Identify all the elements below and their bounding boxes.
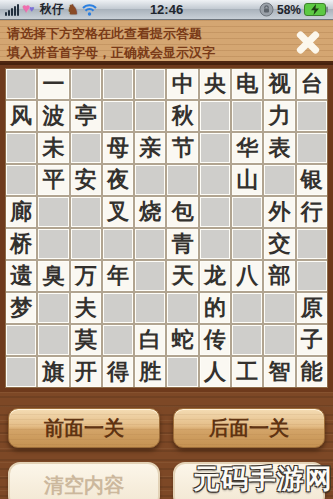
status-left-group: ♥♥ 秋仔 ♞ (5, 0, 97, 19)
cell-r6c8[interactable] (232, 229, 262, 259)
cell-r5c10[interactable]: 行 (297, 197, 327, 227)
cell-r6c5[interactable] (135, 229, 165, 259)
cell-r2c10[interactable] (297, 101, 327, 131)
hint-line-2: 填入拼音首字母，正确就会显示汉字 (7, 43, 293, 62)
cell-r6c1[interactable]: 桥 (6, 229, 36, 259)
cell-r4c1[interactable] (6, 165, 36, 195)
cell-r1c3[interactable] (71, 69, 101, 99)
next-level-button[interactable]: 后面一关 (173, 408, 325, 448)
cell-r10c6[interactable] (167, 357, 197, 387)
cell-r7c3[interactable]: 万 (71, 261, 101, 291)
cell-r8c3[interactable]: 夫 (71, 293, 101, 323)
cell-r6c7[interactable] (200, 229, 230, 259)
cell-r5c7[interactable] (200, 197, 230, 227)
cell-r9c2[interactable] (38, 325, 68, 355)
cell-r10c8[interactable]: 工 (232, 357, 262, 387)
cell-r6c6[interactable]: 青 (167, 229, 197, 259)
cell-r8c7[interactable]: 的 (200, 293, 230, 323)
cell-r4c2[interactable]: 平 (38, 165, 68, 195)
cell-r9c7[interactable]: 传 (200, 325, 230, 355)
cell-r2c1[interactable]: 风 (6, 101, 36, 131)
cell-r4c5[interactable] (135, 165, 165, 195)
cell-r3c10[interactable] (297, 133, 327, 163)
cell-r9c6[interactable]: 蛇 (167, 325, 197, 355)
cell-r1c10[interactable]: 台 (297, 69, 327, 99)
signal-strength-icon (5, 4, 19, 16)
cell-r7c8[interactable]: 八 (232, 261, 262, 291)
cell-r4c9[interactable] (264, 165, 294, 195)
cell-r3c8[interactable]: 华 (232, 133, 262, 163)
cell-r3c4[interactable]: 母 (103, 133, 133, 163)
cell-r1c2[interactable]: 一 (38, 69, 68, 99)
cell-r3c5[interactable]: 亲 (135, 133, 165, 163)
cell-r9c1[interactable] (6, 325, 36, 355)
cell-r2c5[interactable] (135, 101, 165, 131)
cell-r10c5[interactable]: 胜 (135, 357, 165, 387)
cell-r9c5[interactable]: 白 (135, 325, 165, 355)
cell-r5c5[interactable]: 烧 (135, 197, 165, 227)
close-icon[interactable] (293, 27, 323, 57)
cell-r10c7[interactable]: 人 (200, 357, 230, 387)
cell-r8c5[interactable] (135, 293, 165, 323)
cell-r8c1[interactable]: 梦 (6, 293, 36, 323)
cell-r5c4[interactable]: 叉 (103, 197, 133, 227)
cell-r1c9[interactable]: 视 (264, 69, 294, 99)
cell-r10c4[interactable]: 得 (103, 357, 133, 387)
cell-r9c8[interactable] (232, 325, 262, 355)
cell-r5c2[interactable] (38, 197, 68, 227)
cell-r4c8[interactable]: 山 (232, 165, 262, 195)
crossword-grid: 一中央电视台风波亭秋力未母亲节华表平安夜山银廊叉烧包外行桥青交遗臭万年天龙八部梦… (5, 68, 328, 388)
cell-r5c1[interactable]: 廊 (6, 197, 36, 227)
hint-bar: 请选择下方空格在此查看提示答题 填入拼音首字母，正确就会显示汉字 (0, 20, 333, 63)
cell-r2c2[interactable]: 波 (38, 101, 68, 131)
cell-r5c9[interactable]: 外 (264, 197, 294, 227)
cell-r3c1[interactable] (6, 133, 36, 163)
cell-r5c6[interactable]: 包 (167, 197, 197, 227)
cell-r4c4[interactable]: 夜 (103, 165, 133, 195)
cell-r3c6[interactable]: 节 (167, 133, 197, 163)
cell-r2c7[interactable] (200, 101, 230, 131)
cell-r10c9[interactable]: 智 (264, 357, 294, 387)
cell-r7c6[interactable]: 天 (167, 261, 197, 291)
cell-r7c4[interactable]: 年 (103, 261, 133, 291)
hint-line-1: 请选择下方空格在此查看提示答题 (7, 24, 293, 43)
cell-r7c9[interactable]: 部 (264, 261, 294, 291)
cell-r9c3[interactable]: 莫 (71, 325, 101, 355)
cell-r9c10[interactable]: 子 (297, 325, 327, 355)
wifi-icon (82, 4, 97, 16)
cell-r3c2[interactable]: 未 (38, 133, 68, 163)
crossword-board: 一中央电视台风波亭秋力未母亲节华表平安夜山银廊叉烧包外行桥青交遗臭万年天龙八部梦… (0, 63, 333, 392)
cell-r10c1[interactable] (6, 357, 36, 387)
cell-r1c8[interactable]: 电 (232, 69, 262, 99)
cell-r7c7[interactable]: 龙 (200, 261, 230, 291)
cell-r1c4[interactable] (103, 69, 133, 99)
cell-r7c1[interactable]: 遗 (6, 261, 36, 291)
cell-r8c4[interactable] (103, 293, 133, 323)
cell-r8c6[interactable] (167, 293, 197, 323)
cell-r4c10[interactable]: 银 (297, 165, 327, 195)
battery-percent-label: 58% (277, 3, 301, 17)
cell-r2c4[interactable] (103, 101, 133, 131)
carrier-label: 秋仔 (40, 1, 64, 18)
mascot-icon: ♞ (67, 2, 79, 17)
cell-r2c9[interactable]: 力 (264, 101, 294, 131)
cell-r10c3[interactable]: 开 (71, 357, 101, 387)
previous-level-button[interactable]: 前面一关 (8, 408, 160, 448)
cell-r2c3[interactable]: 亭 (71, 101, 101, 131)
status-bar: ♥♥ 秋仔 ♞ 12:46 58% (0, 0, 333, 20)
status-right-group: 58% (259, 0, 328, 19)
cell-r2c8[interactable] (232, 101, 262, 131)
cell-r6c2[interactable] (38, 229, 68, 259)
cell-r1c7[interactable]: 央 (200, 69, 230, 99)
cell-r4c7[interactable] (200, 165, 230, 195)
cell-r3c3[interactable] (71, 133, 101, 163)
cell-r5c8[interactable] (232, 197, 262, 227)
cell-r9c9[interactable] (264, 325, 294, 355)
cell-r1c6[interactable]: 中 (167, 69, 197, 99)
cell-r10c2[interactable]: 旗 (38, 357, 68, 387)
bottom-button-row: 清空内容 (0, 448, 333, 499)
cell-r8c2[interactable] (38, 293, 68, 323)
hearts-icon: ♥♥ (22, 3, 37, 17)
cell-r8c9[interactable] (264, 293, 294, 323)
cell-r10c10[interactable]: 能 (297, 357, 327, 387)
cell-r6c10[interactable] (297, 229, 327, 259)
level-nav-row: 前面一关 后面一关 (0, 392, 333, 448)
cell-r1c1[interactable] (6, 69, 36, 99)
cell-r6c3[interactable] (71, 229, 101, 259)
cell-r6c9[interactable]: 交 (264, 229, 294, 259)
cell-r7c2[interactable]: 臭 (38, 261, 68, 291)
cell-r7c5[interactable] (135, 261, 165, 291)
obscured-button[interactable] (173, 462, 325, 499)
battery-charging-icon (304, 3, 328, 16)
cell-r4c3[interactable]: 安 (71, 165, 101, 195)
cell-r9c4[interactable] (103, 325, 133, 355)
cell-r1c5[interactable] (135, 69, 165, 99)
cell-r7c10[interactable] (297, 261, 327, 291)
clear-content-button[interactable]: 清空内容 (8, 462, 160, 499)
cell-r3c9[interactable]: 表 (264, 133, 294, 163)
cell-r6c4[interactable] (103, 229, 133, 259)
cell-r8c8[interactable] (232, 293, 262, 323)
rotation-lock-icon (259, 2, 274, 17)
cell-r2c6[interactable]: 秋 (167, 101, 197, 131)
cell-r8c10[interactable]: 原 (297, 293, 327, 323)
cell-r3c7[interactable] (200, 133, 230, 163)
cell-r5c3[interactable] (71, 197, 101, 227)
cell-r4c6[interactable] (167, 165, 197, 195)
